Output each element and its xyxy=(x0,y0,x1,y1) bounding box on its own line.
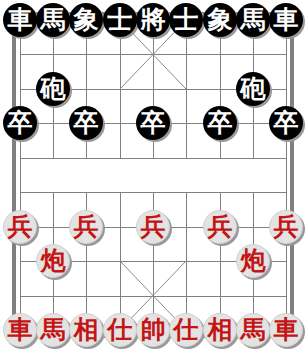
piece-black-soldier[interactable]: 卒 xyxy=(136,106,170,140)
piece-red-soldier[interactable]: 兵 xyxy=(3,210,37,244)
piece-red-elephant[interactable]: 相 xyxy=(203,313,237,347)
piece-black-elephant[interactable]: 象 xyxy=(69,3,103,37)
piece-black-general[interactable]: 將 xyxy=(136,3,170,37)
piece-red-chariot[interactable]: 車 xyxy=(269,313,303,347)
piece-red-cannon[interactable]: 炮 xyxy=(36,244,70,278)
piece-red-general[interactable]: 帥 xyxy=(136,313,170,347)
piece-red-elephant[interactable]: 相 xyxy=(69,313,103,347)
piece-red-horse[interactable]: 馬 xyxy=(36,313,70,347)
piece-red-soldier[interactable]: 兵 xyxy=(69,210,103,244)
piece-black-soldier[interactable]: 卒 xyxy=(269,106,303,140)
piece-red-horse[interactable]: 馬 xyxy=(236,313,270,347)
piece-black-horse[interactable]: 馬 xyxy=(236,3,270,37)
piece-black-elephant[interactable]: 象 xyxy=(203,3,237,37)
piece-black-soldier[interactable]: 卒 xyxy=(203,106,237,140)
piece-black-chariot[interactable]: 車 xyxy=(3,3,37,37)
piece-black-cannon[interactable]: 砲 xyxy=(236,72,270,106)
board-grid xyxy=(0,0,306,350)
piece-black-advisor[interactable]: 士 xyxy=(103,3,137,37)
piece-black-chariot[interactable]: 車 xyxy=(269,3,303,37)
xiangqi-board: 車馬象士將士象馬車砲砲卒卒卒卒卒兵兵兵兵兵炮炮車馬相仕帥仕相馬車 xyxy=(0,0,306,350)
piece-red-soldier[interactable]: 兵 xyxy=(203,210,237,244)
piece-red-soldier[interactable]: 兵 xyxy=(136,210,170,244)
piece-red-soldier[interactable]: 兵 xyxy=(269,210,303,244)
piece-red-chariot[interactable]: 車 xyxy=(3,313,37,347)
piece-black-cannon[interactable]: 砲 xyxy=(36,72,70,106)
piece-red-cannon[interactable]: 炮 xyxy=(236,244,270,278)
piece-black-advisor[interactable]: 士 xyxy=(169,3,203,37)
piece-black-soldier[interactable]: 卒 xyxy=(69,106,103,140)
piece-black-horse[interactable]: 馬 xyxy=(36,3,70,37)
grid-lines xyxy=(20,20,286,330)
piece-black-soldier[interactable]: 卒 xyxy=(3,106,37,140)
piece-red-advisor[interactable]: 仕 xyxy=(169,313,203,347)
piece-red-advisor[interactable]: 仕 xyxy=(103,313,137,347)
